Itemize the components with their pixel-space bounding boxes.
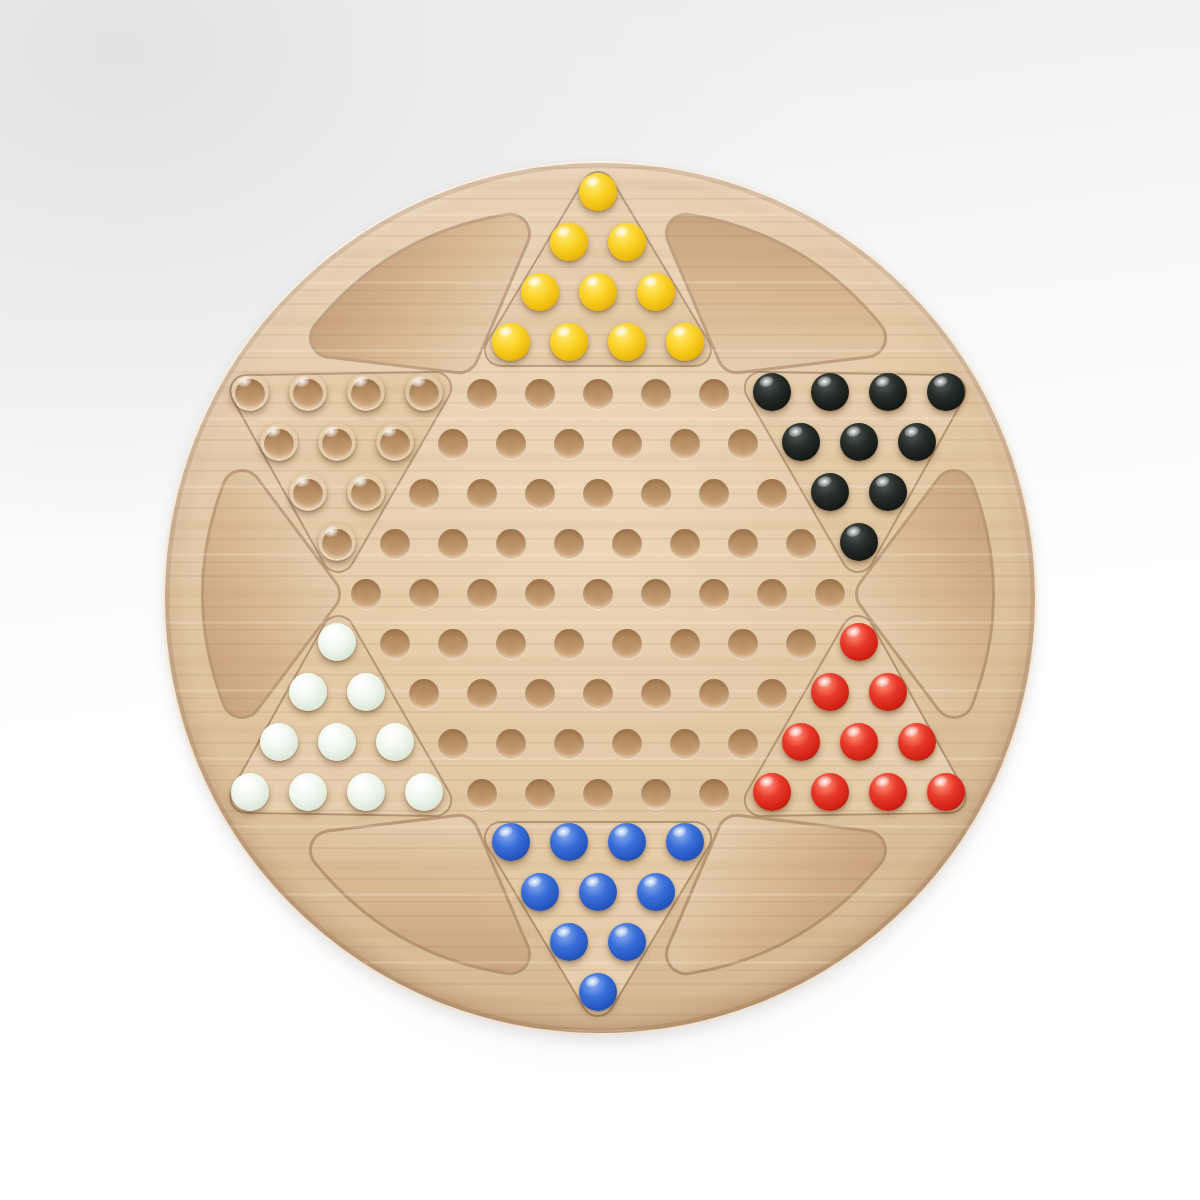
hole[interactable] xyxy=(583,679,613,709)
hole[interactable] xyxy=(641,379,671,409)
hole[interactable] xyxy=(583,479,613,509)
marble-black[interactable] xyxy=(782,423,820,461)
hole[interactable] xyxy=(670,729,700,759)
hole[interactable] xyxy=(409,679,439,709)
hole[interactable] xyxy=(699,779,729,809)
photo-background xyxy=(0,0,1200,1200)
marble-blue[interactable] xyxy=(492,823,530,861)
hole[interactable] xyxy=(641,479,671,509)
marble-black[interactable] xyxy=(869,373,907,411)
chinese-checkers-board xyxy=(163,161,1037,1035)
marble-white[interactable] xyxy=(347,773,385,811)
marble-blue[interactable] xyxy=(666,823,704,861)
marble-yellow[interactable] xyxy=(608,323,646,361)
hole[interactable] xyxy=(525,779,555,809)
hole[interactable] xyxy=(728,529,758,559)
marble-white[interactable] xyxy=(405,773,443,811)
hole[interactable] xyxy=(496,629,526,659)
marble-red[interactable] xyxy=(927,773,965,811)
marble-white[interactable] xyxy=(347,673,385,711)
hole[interactable] xyxy=(757,679,787,709)
marble-white[interactable] xyxy=(231,773,269,811)
hole[interactable] xyxy=(496,429,526,459)
hole[interactable] xyxy=(641,579,671,609)
hole[interactable] xyxy=(786,629,816,659)
hole[interactable] xyxy=(467,579,497,609)
marble-green[interactable] xyxy=(318,423,356,461)
marble-red[interactable] xyxy=(840,623,878,661)
hole[interactable] xyxy=(699,679,729,709)
marble-red[interactable] xyxy=(811,673,849,711)
marble-yellow[interactable] xyxy=(608,223,646,261)
hole[interactable] xyxy=(525,479,555,509)
hole[interactable] xyxy=(728,429,758,459)
marble-yellow[interactable] xyxy=(579,173,617,211)
marble-red[interactable] xyxy=(840,723,878,761)
marble-black[interactable] xyxy=(811,373,849,411)
hole[interactable] xyxy=(525,379,555,409)
hole[interactable] xyxy=(757,579,787,609)
marble-blue[interactable] xyxy=(608,823,646,861)
hole[interactable] xyxy=(438,729,468,759)
marble-blue[interactable] xyxy=(579,873,617,911)
hole[interactable] xyxy=(438,529,468,559)
hole[interactable] xyxy=(380,629,410,659)
hole[interactable] xyxy=(583,579,613,609)
marble-yellow[interactable] xyxy=(492,323,530,361)
marble-black[interactable] xyxy=(898,423,936,461)
marble-red[interactable] xyxy=(869,773,907,811)
hole[interactable] xyxy=(728,729,758,759)
marble-green[interactable] xyxy=(347,373,385,411)
hole[interactable] xyxy=(612,529,642,559)
marble-white[interactable] xyxy=(289,773,327,811)
hole[interactable] xyxy=(409,579,439,609)
marble-green[interactable] xyxy=(376,423,414,461)
hole[interactable] xyxy=(525,579,555,609)
hole[interactable] xyxy=(699,579,729,609)
marble-yellow[interactable] xyxy=(637,273,675,311)
marble-yellow[interactable] xyxy=(550,323,588,361)
hole[interactable] xyxy=(757,479,787,509)
hole[interactable] xyxy=(525,679,555,709)
marble-white[interactable] xyxy=(318,723,356,761)
hole[interactable] xyxy=(670,429,700,459)
marble-yellow[interactable] xyxy=(521,273,559,311)
marble-green[interactable] xyxy=(289,473,327,511)
marble-blue[interactable] xyxy=(550,923,588,961)
hole[interactable] xyxy=(612,429,642,459)
hole[interactable] xyxy=(496,729,526,759)
hole[interactable] xyxy=(583,779,613,809)
marble-yellow[interactable] xyxy=(579,273,617,311)
marble-green[interactable] xyxy=(260,423,298,461)
hole[interactable] xyxy=(612,729,642,759)
marble-blue[interactable] xyxy=(521,873,559,911)
marble-blue[interactable] xyxy=(579,973,617,1011)
hole[interactable] xyxy=(554,729,584,759)
marble-blue[interactable] xyxy=(637,873,675,911)
marble-green[interactable] xyxy=(231,373,269,411)
marble-white[interactable] xyxy=(289,673,327,711)
marble-red[interactable] xyxy=(869,673,907,711)
marble-blue[interactable] xyxy=(550,823,588,861)
marble-red[interactable] xyxy=(782,723,820,761)
marble-green[interactable] xyxy=(347,473,385,511)
hole[interactable] xyxy=(554,629,584,659)
hole[interactable] xyxy=(728,629,758,659)
hole[interactable] xyxy=(786,529,816,559)
hole[interactable] xyxy=(699,479,729,509)
hole[interactable] xyxy=(380,529,410,559)
marble-black[interactable] xyxy=(869,473,907,511)
hole[interactable] xyxy=(670,529,700,559)
hole[interactable] xyxy=(496,529,526,559)
marble-red[interactable] xyxy=(753,773,791,811)
marble-white[interactable] xyxy=(318,623,356,661)
hole[interactable] xyxy=(554,529,584,559)
hole[interactable] xyxy=(467,779,497,809)
hole[interactable] xyxy=(351,579,381,609)
hole[interactable] xyxy=(699,379,729,409)
hole[interactable] xyxy=(438,429,468,459)
marble-red[interactable] xyxy=(898,723,936,761)
marble-green[interactable] xyxy=(318,523,356,561)
hole[interactable] xyxy=(641,679,671,709)
hole[interactable] xyxy=(815,579,845,609)
marble-black[interactable] xyxy=(811,473,849,511)
marble-black[interactable] xyxy=(927,373,965,411)
marble-green[interactable] xyxy=(289,373,327,411)
marble-blue[interactable] xyxy=(608,923,646,961)
hole[interactable] xyxy=(670,629,700,659)
hole[interactable] xyxy=(467,379,497,409)
hole[interactable] xyxy=(554,429,584,459)
marble-black[interactable] xyxy=(840,523,878,561)
marble-yellow[interactable] xyxy=(666,323,704,361)
hole[interactable] xyxy=(467,479,497,509)
marble-black[interactable] xyxy=(753,373,791,411)
marble-red[interactable] xyxy=(811,773,849,811)
hole[interactable] xyxy=(438,629,468,659)
marble-yellow[interactable] xyxy=(550,223,588,261)
hole[interactable] xyxy=(467,679,497,709)
hole[interactable] xyxy=(409,479,439,509)
marble-green[interactable] xyxy=(405,373,443,411)
hole[interactable] xyxy=(612,629,642,659)
marble-black[interactable] xyxy=(840,423,878,461)
hole[interactable] xyxy=(583,379,613,409)
marble-white[interactable] xyxy=(260,723,298,761)
marble-white[interactable] xyxy=(376,723,414,761)
hole[interactable] xyxy=(641,779,671,809)
